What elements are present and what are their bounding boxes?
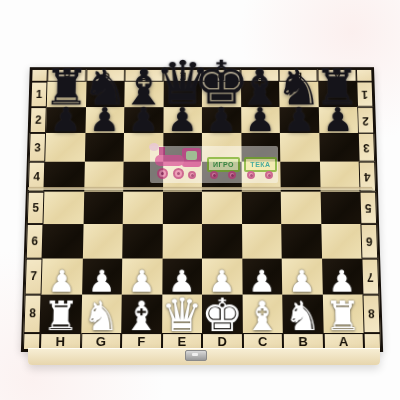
piece-white-bishop-f8[interactable]: ♝: [123, 297, 160, 337]
rank-label-left-5: 5: [27, 192, 45, 224]
piece-white-bishop-c8[interactable]: ♝: [244, 297, 281, 337]
square-g7[interactable]: ♟: [82, 259, 123, 295]
piece-black-pawn-a2[interactable]: ♟: [322, 104, 354, 137]
square-d6[interactable]: [202, 224, 242, 259]
watermark-text-1: ИГРО: [213, 161, 234, 168]
train-wheel-icon: [228, 171, 236, 179]
piece-white-knight-b8[interactable]: ♞: [284, 297, 321, 337]
train-car-2: ТЕКА: [244, 157, 277, 172]
square-g6[interactable]: [82, 224, 122, 259]
piece-white-rook-h8[interactable]: ♜: [42, 297, 80, 337]
square-a6[interactable]: [321, 224, 362, 259]
square-c5[interactable]: [241, 192, 281, 224]
train-chimney-icon: [159, 147, 165, 155]
square-b8[interactable]: ♞: [282, 295, 323, 333]
square-b2[interactable]: ♟: [280, 107, 319, 133]
train-cab-window-icon: [186, 151, 197, 160]
square-f2[interactable]: ♟: [124, 107, 163, 133]
square-c7[interactable]: ♟: [242, 259, 282, 295]
piece-white-rook-a8[interactable]: ♜: [324, 297, 362, 337]
toy-train-watermark: ИГРО ТЕКА: [150, 146, 278, 183]
square-e2[interactable]: ♟: [163, 107, 202, 133]
square-c8[interactable]: ♝: [242, 295, 283, 333]
square-a5[interactable]: [320, 192, 360, 224]
square-a2[interactable]: ♟: [318, 107, 358, 133]
piece-black-pawn-g2[interactable]: ♟: [89, 104, 121, 137]
square-b5[interactable]: [281, 192, 321, 224]
square-g8[interactable]: ♞: [81, 295, 122, 333]
board-grid: HGFEDCBA1♜♞♝♛♚♝♞♜12♟♟♟♟♟♟♟♟2334455667♟♟♟…: [21, 67, 383, 352]
square-f8[interactable]: ♝: [121, 295, 162, 333]
rank-label-right-7: 7: [361, 259, 379, 295]
square-d2[interactable]: ♟: [202, 107, 241, 133]
rank-label-left-7: 7: [25, 259, 43, 295]
rank-label-right-8: 8: [362, 295, 380, 333]
metal-clasp-icon: [185, 350, 207, 361]
piece-black-pawn-f2[interactable]: ♟: [128, 104, 159, 137]
train-wheel-icon: [188, 171, 196, 179]
square-e8[interactable]: ♛: [162, 295, 202, 333]
piece-white-queen-e8[interactable]: ♛: [161, 292, 203, 338]
square-f7[interactable]: ♟: [122, 259, 162, 295]
square-h7[interactable]: ♟: [41, 259, 82, 295]
square-e5[interactable]: [162, 192, 202, 224]
rank-label-right-6: 6: [360, 224, 378, 259]
square-g5[interactable]: [83, 192, 123, 224]
piece-black-pawn-b2[interactable]: ♟: [283, 104, 315, 137]
piece-black-pawn-e2[interactable]: ♟: [167, 104, 198, 137]
board-side-edge: [28, 348, 380, 365]
square-b7[interactable]: ♟: [282, 259, 323, 295]
train-wheel-icon: [157, 168, 168, 179]
square-g2[interactable]: ♟: [85, 107, 124, 133]
square-e6[interactable]: [162, 224, 202, 259]
train-wheel-icon: [173, 168, 184, 179]
board-fold-seam: [28, 187, 372, 190]
train-wheel-icon: [265, 171, 273, 179]
square-f6[interactable]: [122, 224, 162, 259]
square-h2[interactable]: ♟: [46, 107, 86, 133]
square-b6[interactable]: [281, 224, 321, 259]
rank-label-left-8: 8: [23, 295, 41, 333]
rank-label-left-3: 3: [29, 133, 46, 162]
square-d5[interactable]: [202, 192, 242, 224]
rank-label-left-6: 6: [26, 224, 44, 259]
piece-white-knight-g8[interactable]: ♞: [83, 297, 120, 337]
piece-black-pawn-h2[interactable]: ♟: [50, 104, 82, 137]
square-c6[interactable]: [242, 224, 282, 259]
square-h5[interactable]: [43, 192, 83, 224]
square-a8[interactable]: ♜: [322, 295, 363, 333]
train-wheel-icon: [210, 171, 218, 179]
square-f5[interactable]: [123, 192, 163, 224]
rank-label-right-3: 3: [358, 133, 375, 162]
square-a7[interactable]: ♟: [322, 259, 363, 295]
piece-black-pawn-d2[interactable]: ♟: [206, 104, 237, 137]
square-d8[interactable]: ♚: [202, 295, 242, 333]
rank-label-right-5: 5: [360, 192, 378, 224]
train-wheel-icon: [247, 171, 255, 179]
watermark-text-2: ТЕКА: [250, 161, 270, 168]
square-c2[interactable]: ♟: [241, 107, 280, 133]
chessboard: HGFEDCBA1♜♞♝♛♚♝♞♜12♟♟♟♟♟♟♟♟2334455667♟♟♟…: [21, 67, 379, 348]
piece-white-king-d8[interactable]: ♚: [201, 292, 243, 338]
train-boiler-icon: [155, 155, 184, 166]
piece-black-pawn-c2[interactable]: ♟: [245, 104, 276, 137]
photo-background: HGFEDCBA1♜♞♝♛♚♝♞♜12♟♟♟♟♟♟♟♟2334455667♟♟♟…: [0, 0, 400, 400]
square-h6[interactable]: [42, 224, 83, 259]
train-car-1: ИГРО: [207, 157, 240, 172]
train-smoke-icon: [149, 143, 159, 151]
square-h8[interactable]: ♜: [40, 295, 81, 333]
